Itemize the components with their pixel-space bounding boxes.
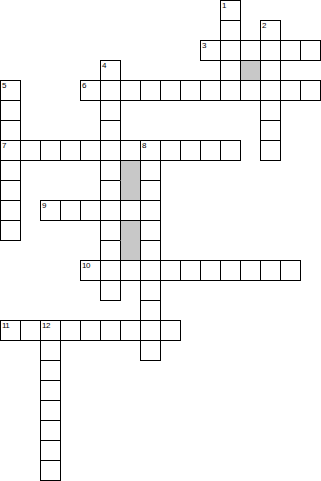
cell-r11c7[interactable] (140, 220, 161, 241)
cell-r14c5[interactable] (100, 280, 121, 301)
cell-r18c2[interactable] (40, 360, 61, 381)
cell-r13c6[interactable] (120, 260, 141, 281)
cell-r13c7[interactable] (140, 260, 161, 281)
clue-number-7: 7 (2, 141, 6, 150)
cell-r4c4[interactable]: 6 (80, 80, 101, 101)
cell-r13c4[interactable]: 10 (80, 260, 101, 281)
cell-r13c9[interactable] (180, 260, 201, 281)
cell-r21c2[interactable] (40, 420, 61, 441)
cell-r4c6[interactable] (120, 80, 141, 101)
cell-r9c5[interactable] (100, 180, 121, 201)
cell-r13c13[interactable] (260, 260, 281, 281)
cell-r1c13[interactable]: 2 (260, 20, 281, 41)
cell-r7c7[interactable]: 8 (140, 140, 161, 161)
cell-r11c5[interactable] (100, 220, 121, 241)
cell-r13c14[interactable] (280, 260, 301, 281)
cell-r0c11[interactable]: 1 (220, 0, 241, 21)
cell-r10c6[interactable] (120, 200, 141, 221)
cell-r4c5[interactable] (100, 80, 121, 101)
cell-r5c13[interactable] (260, 100, 281, 121)
cell-r5c5[interactable] (100, 100, 121, 121)
cell-r7c13[interactable] (260, 140, 281, 161)
cell-r13c12[interactable] (240, 260, 261, 281)
cell-r17c7[interactable] (140, 340, 161, 361)
cell-r7c3[interactable] (60, 140, 81, 161)
clue-number-10: 10 (82, 261, 90, 270)
cell-r19c2[interactable] (40, 380, 61, 401)
cell-r7c5[interactable] (100, 140, 121, 161)
cell-r2c14[interactable] (280, 40, 301, 61)
cell-r10c4[interactable] (80, 200, 101, 221)
cell-r16c2[interactable]: 12 (40, 320, 61, 341)
cell-r9c6-shaded[interactable] (120, 180, 141, 201)
clue-number-4: 4 (102, 61, 106, 70)
cell-r4c13[interactable] (260, 80, 281, 101)
cell-r11c6-shaded[interactable] (120, 220, 141, 241)
cell-r16c4[interactable] (80, 320, 101, 341)
cell-r13c10[interactable] (200, 260, 221, 281)
cell-r10c5[interactable] (100, 200, 121, 221)
cell-r10c3[interactable] (60, 200, 81, 221)
cell-r16c0[interactable]: 11 (0, 320, 21, 341)
cell-r12c7[interactable] (140, 240, 161, 261)
cell-r7c1[interactable] (20, 140, 41, 161)
cell-r4c8[interactable] (160, 80, 181, 101)
cell-r2c15[interactable] (300, 40, 321, 61)
cell-r12c5[interactable] (100, 240, 121, 261)
clue-number-11: 11 (2, 321, 9, 330)
cell-r23c2[interactable] (40, 460, 61, 481)
cell-r4c0[interactable]: 5 (0, 80, 21, 101)
cell-r8c5[interactable] (100, 160, 121, 181)
cell-r14c7[interactable] (140, 280, 161, 301)
clue-number-5: 5 (2, 81, 6, 90)
cell-r2c10[interactable]: 3 (200, 40, 221, 61)
cell-r6c5[interactable] (100, 120, 121, 141)
cell-r7c9[interactable] (180, 140, 201, 161)
cell-r7c0[interactable]: 7 (0, 140, 21, 161)
clue-number-6: 6 (82, 81, 86, 90)
cell-r16c5[interactable] (100, 320, 121, 341)
cell-r4c7[interactable] (140, 80, 161, 101)
cell-r8c6-shaded[interactable] (120, 160, 141, 181)
clue-number-9: 9 (42, 201, 46, 210)
clue-number-3: 3 (202, 41, 206, 50)
cell-r8c7[interactable] (140, 160, 161, 181)
cell-r7c8[interactable] (160, 140, 181, 161)
cell-r9c0[interactable] (0, 180, 21, 201)
cell-r11c0[interactable] (0, 220, 21, 241)
cell-r4c15[interactable] (300, 80, 321, 101)
cell-r4c11[interactable] (220, 80, 241, 101)
cell-r7c6[interactable] (120, 140, 141, 161)
cell-r13c11[interactable] (220, 260, 241, 281)
cell-r7c10[interactable] (200, 140, 221, 161)
cell-r1c11[interactable] (220, 20, 241, 41)
clue-number-8: 8 (142, 141, 146, 150)
clue-number-12: 12 (42, 321, 50, 330)
cell-r13c5[interactable] (100, 260, 121, 281)
cell-r7c11[interactable] (220, 140, 241, 161)
cell-r10c2[interactable]: 9 (40, 200, 61, 221)
clue-number-1: 1 (222, 1, 226, 10)
cell-r3c11[interactable] (220, 60, 241, 81)
cell-r10c0[interactable] (0, 200, 21, 221)
cell-r16c7[interactable] (140, 320, 161, 341)
cell-r3c13[interactable] (260, 60, 281, 81)
cell-r7c4[interactable] (80, 140, 101, 161)
cell-r5c0[interactable] (0, 100, 21, 121)
cell-r16c6[interactable] (120, 320, 141, 341)
cell-r10c7[interactable] (140, 200, 161, 221)
cell-r3c12-shaded[interactable] (240, 60, 261, 81)
cell-r6c13[interactable] (260, 120, 281, 141)
cell-r4c14[interactable] (280, 80, 301, 101)
cell-r13c8[interactable] (160, 260, 181, 281)
cell-r4c12[interactable] (240, 80, 261, 101)
cell-r9c7[interactable] (140, 180, 161, 201)
cell-r16c3[interactable] (60, 320, 81, 341)
cell-r22c2[interactable] (40, 440, 61, 461)
clue-number-2: 2 (262, 21, 266, 30)
cell-r2c12[interactable] (240, 40, 261, 61)
cell-r12c6-shaded[interactable] (120, 240, 141, 261)
cell-r16c8[interactable] (160, 320, 181, 341)
cell-r16c1[interactable] (20, 320, 41, 341)
cell-r8c0[interactable] (0, 160, 21, 181)
crossword-board: 123456789101112 (0, 0, 321, 481)
cell-r3c5[interactable]: 4 (100, 60, 121, 81)
cell-r4c9[interactable] (180, 80, 201, 101)
cell-r2c11[interactable] (220, 40, 241, 61)
cell-r4c10[interactable] (200, 80, 221, 101)
cell-r20c2[interactable] (40, 400, 61, 421)
cell-r7c2[interactable] (40, 140, 61, 161)
cell-r6c0[interactable] (0, 120, 21, 141)
cell-r15c7[interactable] (140, 300, 161, 321)
cell-r2c13[interactable] (260, 40, 281, 61)
cell-r17c2[interactable] (40, 340, 61, 361)
